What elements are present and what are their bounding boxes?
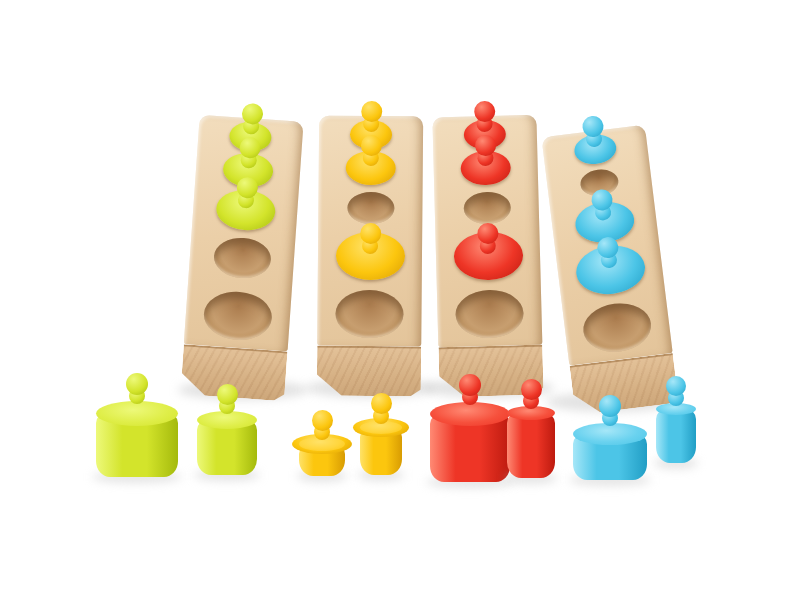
green-cylinder-2-knob [238,136,260,158]
red-cylinder-2-knob [474,134,496,156]
red-cylinder-4-knob [477,222,499,244]
yellow-hole-5 [335,290,403,339]
block-green [180,115,303,400]
red-cylinder-medium-tall-knob [521,379,542,400]
yellow-cylinder-short-knob [312,410,333,431]
green-cylinder-3-knob [236,176,258,198]
yellow-cylinder-tall-knob [371,393,392,414]
green-cylinder-large-knob [126,373,148,395]
yellow-cylinder-1-knob [361,100,382,121]
green-cylinder-large-top-face [96,401,178,426]
blue-cylinder-small-tall-knob [666,376,686,396]
yellow-hole-3 [347,192,394,224]
blue-cylinder-small-tall-body [656,409,696,463]
block-blue [541,125,678,414]
yellow-block-front-face [317,346,421,397]
block-red [432,115,543,396]
yellow-cylinder-4-knob [360,222,381,243]
red-cylinder-large-knob [459,374,481,396]
toy-photo-scene [0,0,800,600]
green-cylinder-medium-knob [217,384,238,405]
block-yellow [317,116,423,395]
blue-cylinder-squat-top-face [573,423,647,445]
green-cylinder-1-knob [241,102,263,124]
yellow-cylinder-2-knob [360,134,381,155]
red-cylinder-1-knob [473,100,495,122]
red-cylinder-large-top-face [430,402,510,426]
red-cylinder-medium-tall-body [507,413,555,478]
blue-cylinder-squat-knob [599,395,621,417]
